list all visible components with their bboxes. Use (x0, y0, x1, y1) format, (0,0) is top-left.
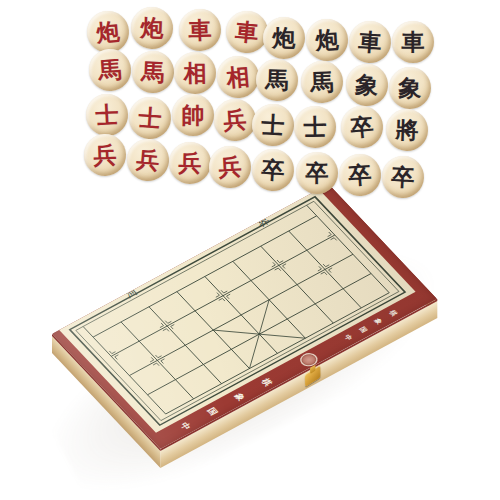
piece-character: 卒 (348, 163, 373, 188)
xiangqi-piece-red[interactable]: 車 (178, 8, 221, 51)
piece-character: 炮 (140, 16, 164, 40)
xiangqi-piece-red[interactable]: 馬 (131, 50, 175, 94)
piece-character: 炮 (315, 28, 339, 52)
xiangqi-piece-black[interactable]: 象 (344, 62, 390, 108)
xiangqi-piece-red[interactable]: 馬 (88, 48, 133, 93)
xiangqi-piece-black[interactable]: 卒 (381, 155, 425, 199)
piece-character: 相 (183, 61, 206, 84)
piece-character: 馬 (310, 70, 334, 94)
product-photo-stage: 河界 中国象棋 中国象棋 炮炮車車炮炮車車馬馬相相馬馬象象士士帥兵士士卒將兵兵兵… (0, 0, 500, 500)
piece-character: 士 (261, 113, 285, 137)
xiangqi-piece-black[interactable]: 象 (389, 67, 432, 110)
piece-character: 卒 (391, 165, 415, 189)
xiangqi-piece-red[interactable]: 炮 (85, 9, 131, 55)
xiangqi-piece-red[interactable]: 兵 (169, 142, 212, 185)
piece-character: 士 (95, 103, 119, 127)
xiangqi-piece-black[interactable]: 卒 (296, 152, 338, 194)
piece-character: 卒 (306, 162, 329, 185)
piece-character: 士 (303, 115, 326, 138)
xiangqi-piece-red[interactable]: 帥 (172, 94, 214, 136)
xiangqi-piece-black[interactable]: 馬 (255, 58, 298, 101)
piece-character: 象 (355, 73, 380, 98)
piece-character: 兵 (136, 148, 161, 173)
piece-character: 馬 (98, 58, 123, 83)
piece-character: 車 (402, 31, 425, 54)
xiangqi-piece-red[interactable]: 炮 (130, 6, 173, 49)
piece-character: 帥 (182, 104, 205, 127)
xiangqi-piece-black[interactable]: 車 (392, 21, 434, 63)
piece-character: 象 (398, 76, 421, 99)
xiangqi-piece-red[interactable]: 士 (85, 93, 129, 137)
piece-character: 相 (226, 65, 251, 90)
piece-character: 兵 (93, 143, 117, 167)
piece-character: 將 (395, 118, 419, 142)
xiangqi-piece-red[interactable]: 士 (128, 96, 173, 141)
piece-character: 兵 (223, 108, 248, 133)
piece-character: 車 (235, 20, 260, 45)
xiangqi-piece-black[interactable]: 炮 (263, 17, 306, 60)
piece-character: 兵 (218, 155, 242, 179)
piece-character: 馬 (141, 60, 165, 84)
xiangqi-piece-black[interactable]: 馬 (300, 60, 343, 103)
piece-character: 士 (138, 106, 163, 131)
xiangqi-piece-red[interactable]: 相 (215, 54, 261, 100)
piece-character: 炮 (272, 26, 295, 49)
piece-character: 車 (358, 30, 383, 55)
piece-tray: 炮炮車車炮炮車車馬馬相相馬馬象象士士帥兵士士卒將兵兵兵兵卒卒卒卒 (0, 0, 500, 500)
piece-character: 車 (188, 18, 212, 42)
xiangqi-piece-black[interactable]: 炮 (305, 18, 349, 62)
xiangqi-piece-red[interactable]: 兵 (83, 133, 126, 176)
xiangqi-piece-black[interactable]: 卒 (251, 148, 296, 193)
xiangqi-piece-black[interactable]: 士 (294, 106, 337, 149)
piece-character: 卒 (261, 158, 286, 183)
xiangqi-piece-red[interactable]: 兵 (125, 137, 171, 183)
xiangqi-piece-black[interactable]: 士 (251, 103, 295, 147)
xiangqi-piece-red[interactable]: 兵 (213, 98, 258, 143)
piece-character: 卒 (350, 115, 375, 140)
xiangqi-piece-red[interactable]: 相 (174, 52, 217, 95)
xiangqi-piece-black[interactable]: 車 (348, 20, 393, 65)
piece-character: 兵 (178, 151, 201, 174)
piece-character: 炮 (96, 20, 121, 45)
xiangqi-piece-red[interactable]: 兵 (208, 145, 252, 189)
xiangqi-piece-black[interactable]: 卒 (339, 104, 385, 150)
piece-character: 馬 (265, 68, 289, 92)
xiangqi-piece-black[interactable]: 卒 (338, 153, 383, 198)
xiangqi-piece-black[interactable]: 將 (385, 108, 428, 151)
